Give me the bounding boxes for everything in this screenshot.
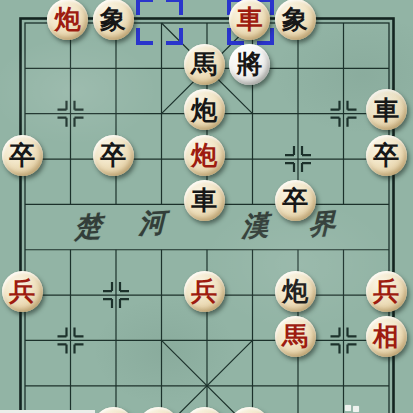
xiangqi-board[interactable]: 楚 河 漢 界 炮象車象馬將炮車卒卒炮卒車卒兵兵炮兵馬相 [0,0,413,413]
artifact-layer [0,0,413,413]
white-dot-artifact [345,405,351,411]
white-dot-artifact [353,406,359,412]
